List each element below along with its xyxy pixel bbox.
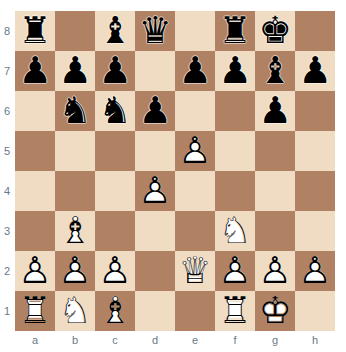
white-bishop-outline: ♗ bbox=[55, 211, 95, 251]
file-label-d: d bbox=[135, 330, 175, 350]
square-e2[interactable]: ♛♕ bbox=[175, 251, 215, 291]
square-e8[interactable] bbox=[175, 11, 215, 51]
square-f8[interactable]: ♜ bbox=[215, 11, 255, 51]
square-c8[interactable]: ♝ bbox=[95, 11, 135, 51]
square-b4[interactable] bbox=[55, 171, 95, 211]
rank-label-5: 5 bbox=[0, 131, 14, 171]
square-a5[interactable] bbox=[15, 131, 55, 171]
black-king[interactable]: ♚ bbox=[255, 11, 295, 51]
white-knight[interactable]: ♞♘ bbox=[215, 211, 255, 251]
chess-diagram: 87654321 ♜♝♛♜♚♟♟♟♟♟♝♟♞♞♟♟♟♙♟♙♝♗♞♘♟♙♟♙♟♙♛… bbox=[0, 0, 346, 352]
white-knight-outline: ♘ bbox=[215, 211, 255, 251]
white-queen-outline: ♕ bbox=[175, 251, 215, 291]
file-label-h: h bbox=[295, 330, 335, 350]
black-bishop[interactable]: ♝ bbox=[255, 51, 295, 91]
white-rook[interactable]: ♜♖ bbox=[15, 291, 55, 331]
file-labels: abcdefgh bbox=[15, 330, 335, 350]
square-a3[interactable] bbox=[15, 211, 55, 251]
square-g1[interactable]: ♚♔ bbox=[255, 291, 295, 331]
black-pawn[interactable]: ♟ bbox=[135, 91, 175, 131]
rank-label-2: 2 bbox=[0, 251, 14, 291]
square-c4[interactable] bbox=[95, 171, 135, 211]
white-pawn[interactable]: ♟♙ bbox=[215, 251, 255, 291]
square-e5[interactable]: ♟♙ bbox=[175, 131, 215, 171]
rank-label-7: 7 bbox=[0, 51, 14, 91]
square-d5[interactable] bbox=[135, 131, 175, 171]
square-e4[interactable] bbox=[175, 171, 215, 211]
square-c5[interactable] bbox=[95, 131, 135, 171]
white-pawn[interactable]: ♟♙ bbox=[95, 251, 135, 291]
black-pawn[interactable]: ♟ bbox=[15, 51, 55, 91]
black-pawn[interactable]: ♟ bbox=[295, 51, 335, 91]
rank-labels: 87654321 bbox=[0, 11, 14, 331]
white-pawn[interactable]: ♟♙ bbox=[295, 251, 335, 291]
square-g7[interactable]: ♝ bbox=[255, 51, 295, 91]
square-c1[interactable]: ♝♗ bbox=[95, 291, 135, 331]
square-a8[interactable]: ♜ bbox=[15, 11, 55, 51]
square-b3[interactable]: ♝♗ bbox=[55, 211, 95, 251]
black-pawn[interactable]: ♟ bbox=[55, 51, 95, 91]
square-g4[interactable] bbox=[255, 171, 295, 211]
square-a1[interactable]: ♜♖ bbox=[15, 291, 55, 331]
file-label-a: a bbox=[15, 330, 55, 350]
rank-label-8: 8 bbox=[0, 11, 14, 51]
file-label-e: e bbox=[175, 330, 215, 350]
square-a4[interactable] bbox=[15, 171, 55, 211]
square-f3[interactable]: ♞♘ bbox=[215, 211, 255, 251]
white-pawn-outline: ♙ bbox=[255, 251, 295, 291]
square-h6[interactable] bbox=[295, 91, 335, 131]
square-h4[interactable] bbox=[295, 171, 335, 211]
square-b5[interactable] bbox=[55, 131, 95, 171]
file-label-g: g bbox=[255, 330, 295, 350]
white-pawn-outline: ♙ bbox=[95, 251, 135, 291]
square-d2[interactable] bbox=[135, 251, 175, 291]
white-knight-outline: ♘ bbox=[55, 291, 95, 331]
white-rook-outline: ♖ bbox=[215, 291, 255, 331]
square-b1[interactable]: ♞♘ bbox=[55, 291, 95, 331]
square-c6[interactable]: ♞ bbox=[95, 91, 135, 131]
square-b2[interactable]: ♟♙ bbox=[55, 251, 95, 291]
black-pawn[interactable]: ♟ bbox=[175, 51, 215, 91]
square-c3[interactable] bbox=[95, 211, 135, 251]
square-e6[interactable] bbox=[175, 91, 215, 131]
rank-label-4: 4 bbox=[0, 171, 14, 211]
square-h8[interactable] bbox=[295, 11, 335, 51]
white-pawn-outline: ♙ bbox=[135, 171, 175, 211]
white-pawn-outline: ♙ bbox=[175, 131, 215, 171]
square-h2[interactable]: ♟♙ bbox=[295, 251, 335, 291]
black-pawn[interactable]: ♟ bbox=[255, 91, 295, 131]
white-knight[interactable]: ♞♘ bbox=[55, 291, 95, 331]
square-g8[interactable]: ♚ bbox=[255, 11, 295, 51]
square-f6[interactable] bbox=[215, 91, 255, 131]
square-d6[interactable]: ♟ bbox=[135, 91, 175, 131]
square-e3[interactable] bbox=[175, 211, 215, 251]
square-e7[interactable]: ♟ bbox=[175, 51, 215, 91]
file-label-b: b bbox=[55, 330, 95, 350]
white-queen[interactable]: ♛♕ bbox=[175, 251, 215, 291]
square-g5[interactable] bbox=[255, 131, 295, 171]
black-rook[interactable]: ♜ bbox=[215, 11, 255, 51]
white-king-outline: ♔ bbox=[255, 291, 295, 331]
white-bishop[interactable]: ♝♗ bbox=[55, 211, 95, 251]
square-h7[interactable]: ♟ bbox=[295, 51, 335, 91]
square-d4[interactable]: ♟♙ bbox=[135, 171, 175, 211]
square-f5[interactable] bbox=[215, 131, 255, 171]
square-g6[interactable]: ♟ bbox=[255, 91, 295, 131]
white-pawn-outline: ♙ bbox=[15, 251, 55, 291]
square-c7[interactable]: ♟ bbox=[95, 51, 135, 91]
white-pawn[interactable]: ♟♙ bbox=[55, 251, 95, 291]
white-pawn[interactable]: ♟♙ bbox=[15, 251, 55, 291]
black-pawn[interactable]: ♟ bbox=[95, 51, 135, 91]
square-h5[interactable] bbox=[295, 131, 335, 171]
white-pawn-outline: ♙ bbox=[215, 251, 255, 291]
square-b6[interactable]: ♞ bbox=[55, 91, 95, 131]
black-queen[interactable]: ♛ bbox=[135, 11, 175, 51]
file-label-f: f bbox=[215, 330, 255, 350]
square-e1[interactable] bbox=[175, 291, 215, 331]
white-pawn[interactable]: ♟♙ bbox=[255, 251, 295, 291]
rank-label-6: 6 bbox=[0, 91, 14, 131]
square-h1[interactable] bbox=[295, 291, 335, 331]
black-rook[interactable]: ♜ bbox=[15, 11, 55, 51]
rank-label-3: 3 bbox=[0, 211, 14, 251]
white-rook-outline: ♖ bbox=[15, 291, 55, 331]
file-label-c: c bbox=[95, 330, 135, 350]
white-bishop[interactable]: ♝♗ bbox=[95, 291, 135, 331]
square-f4[interactable] bbox=[215, 171, 255, 211]
square-f1[interactable]: ♜♖ bbox=[215, 291, 255, 331]
white-rook[interactable]: ♜♖ bbox=[215, 291, 255, 331]
square-d3[interactable] bbox=[135, 211, 175, 251]
black-knight[interactable]: ♞ bbox=[55, 91, 95, 131]
square-f7[interactable]: ♟ bbox=[215, 51, 255, 91]
white-king[interactable]: ♚♔ bbox=[255, 291, 295, 331]
square-a7[interactable]: ♟ bbox=[15, 51, 55, 91]
square-d8[interactable]: ♛ bbox=[135, 11, 175, 51]
chess-board[interactable]: ♜♝♛♜♚♟♟♟♟♟♝♟♞♞♟♟♟♙♟♙♝♗♞♘♟♙♟♙♟♙♛♕♟♙♟♙♟♙♜♖… bbox=[15, 11, 335, 331]
black-bishop[interactable]: ♝ bbox=[95, 11, 135, 51]
square-a6[interactable] bbox=[15, 91, 55, 131]
square-f2[interactable]: ♟♙ bbox=[215, 251, 255, 291]
square-b8[interactable] bbox=[55, 11, 95, 51]
white-pawn-outline: ♙ bbox=[55, 251, 95, 291]
white-pawn-outline: ♙ bbox=[295, 251, 335, 291]
white-pawn[interactable]: ♟♙ bbox=[135, 171, 175, 211]
square-b7[interactable]: ♟ bbox=[55, 51, 95, 91]
square-a2[interactable]: ♟♙ bbox=[15, 251, 55, 291]
square-c2[interactable]: ♟♙ bbox=[95, 251, 135, 291]
square-d1[interactable] bbox=[135, 291, 175, 331]
square-h3[interactable] bbox=[295, 211, 335, 251]
black-pawn[interactable]: ♟ bbox=[215, 51, 255, 91]
white-pawn[interactable]: ♟♙ bbox=[175, 131, 215, 171]
square-d7[interactable] bbox=[135, 51, 175, 91]
rank-label-1: 1 bbox=[0, 291, 14, 331]
black-knight[interactable]: ♞ bbox=[95, 91, 135, 131]
square-g2[interactable]: ♟♙ bbox=[255, 251, 295, 291]
square-g3[interactable] bbox=[255, 211, 295, 251]
white-bishop-outline: ♗ bbox=[95, 291, 135, 331]
